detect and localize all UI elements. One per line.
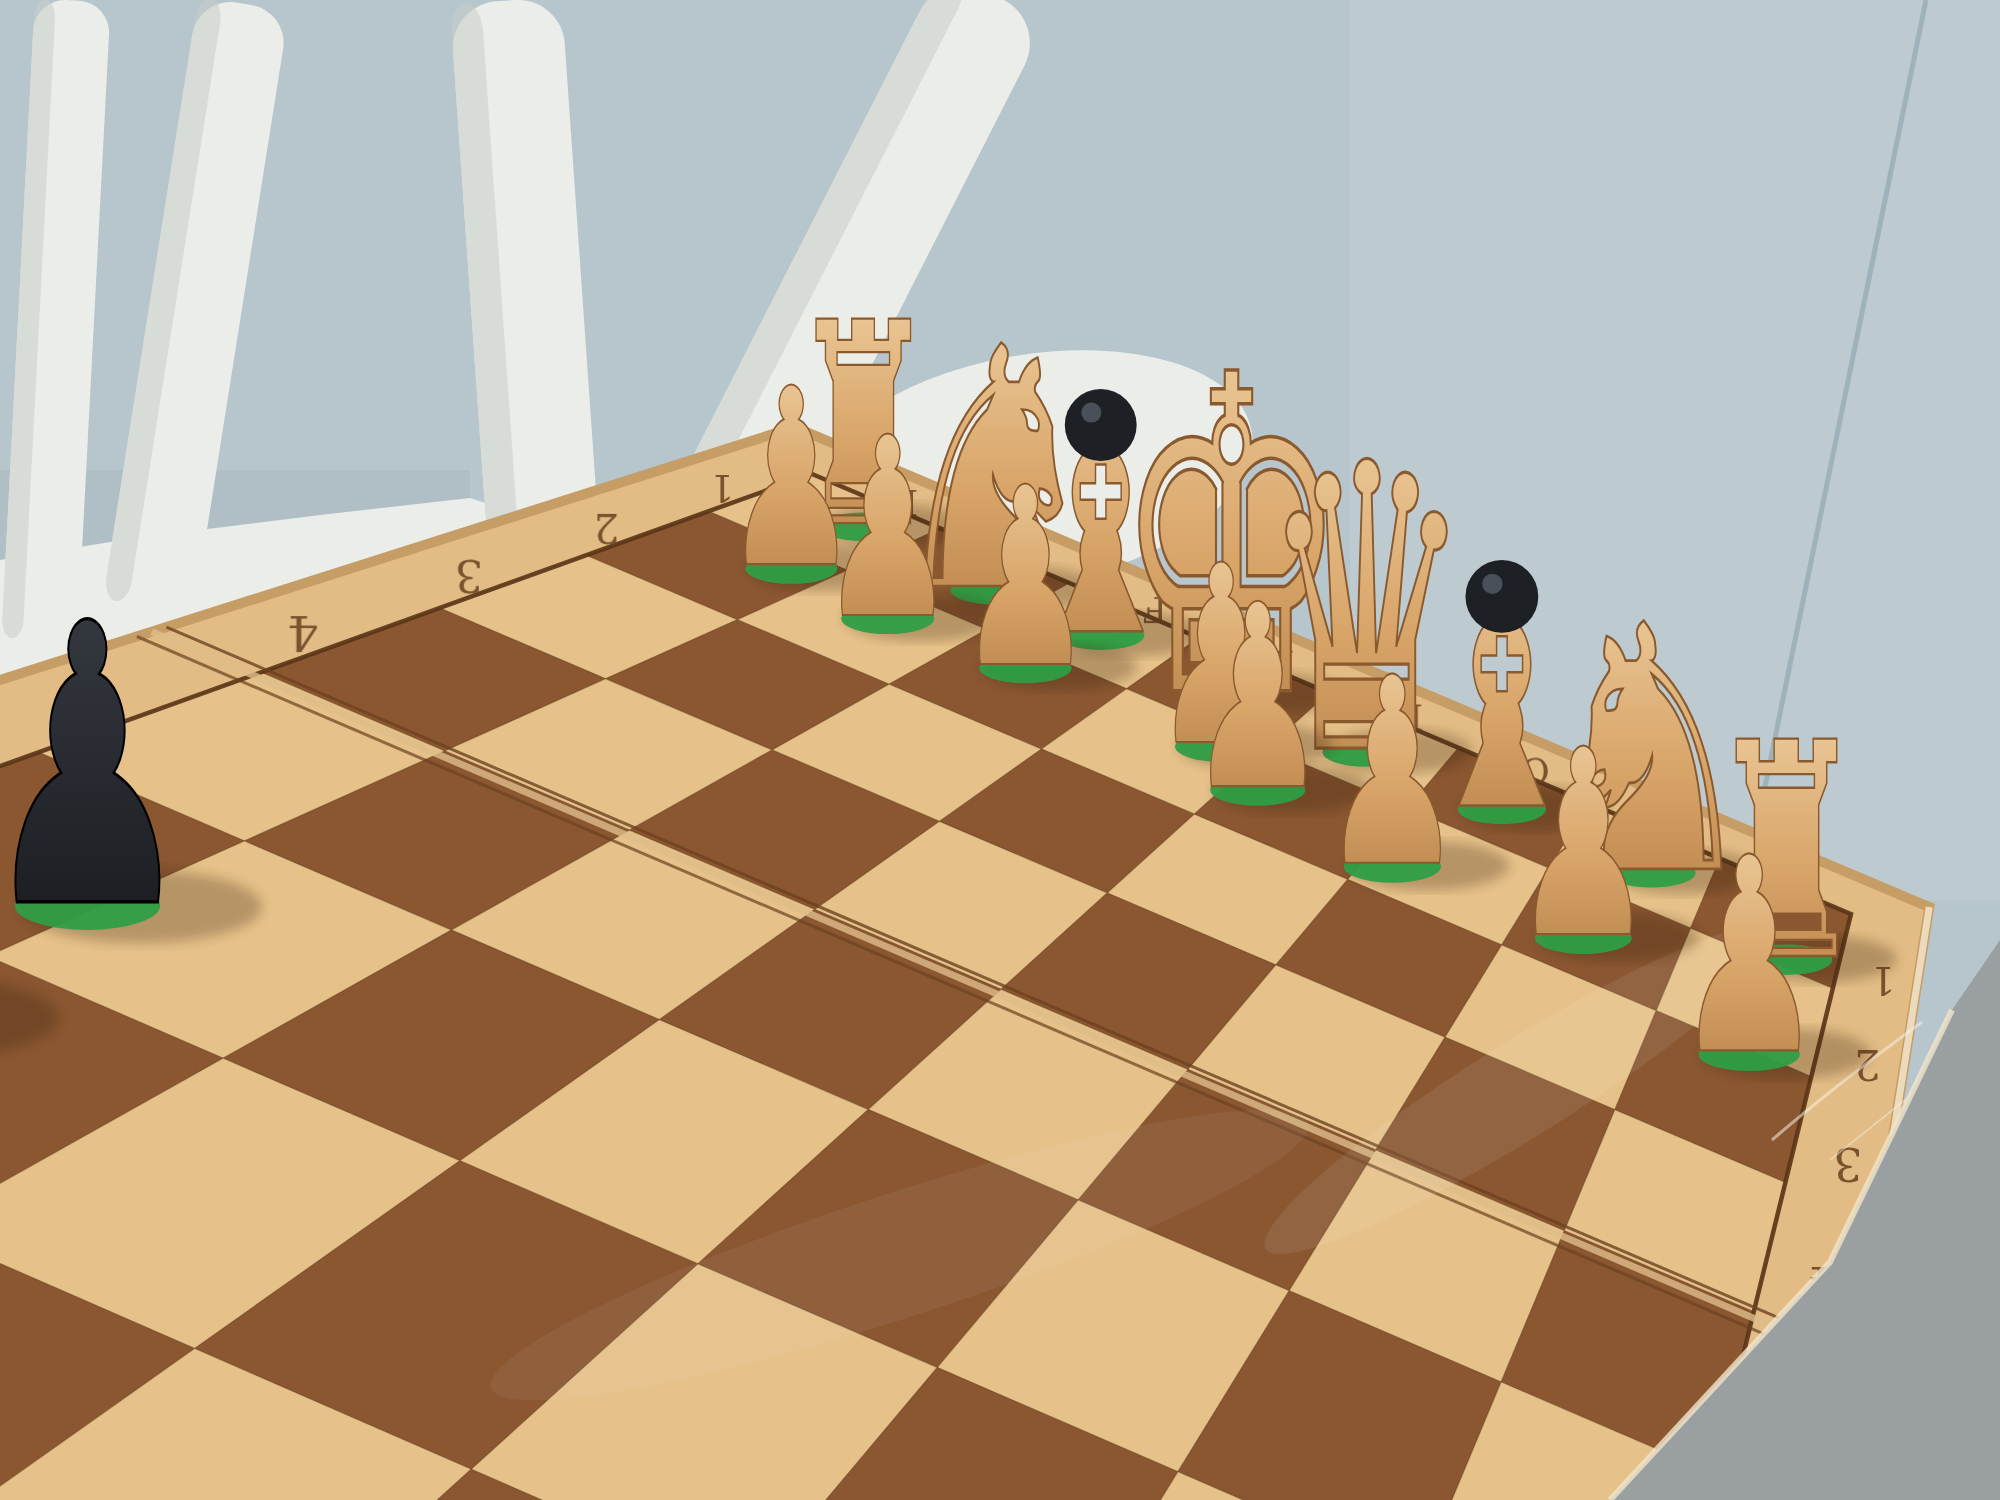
piece-glyph-♟: ♟ [957, 434, 1094, 721]
chess-setup-photo: Overhead photo of a folding wooden chess… [0, 0, 2000, 1500]
piece-glyph-♟: ♟ [1320, 622, 1464, 924]
rank-label-left-2: 2 [593, 504, 619, 552]
scene-canvas: ABCDEFGH1234567812345678♜♞♝♚♛♝♞♜♟♟♟♟♟♟♟♟… [0, 0, 2000, 1500]
piece-glyph-♝: ♝ [0, 471, 15, 1149]
ball-highlight [1482, 574, 1502, 594]
ball-highlight [1081, 403, 1101, 423]
bishop-black-ball [1465, 560, 1538, 633]
rank-label-left-4: 4 [287, 604, 318, 662]
piece-glyph-♟: ♟ [1512, 695, 1655, 995]
rank-label-left-3: 3 [455, 549, 483, 601]
piece-glyph-♟: ♟ [819, 384, 957, 674]
piece-glyph-♟: ♟ [1674, 800, 1824, 1114]
piece-glyph-♟: ♟ [1187, 550, 1328, 846]
piece-glyph-♟: ♟ [0, 541, 195, 993]
